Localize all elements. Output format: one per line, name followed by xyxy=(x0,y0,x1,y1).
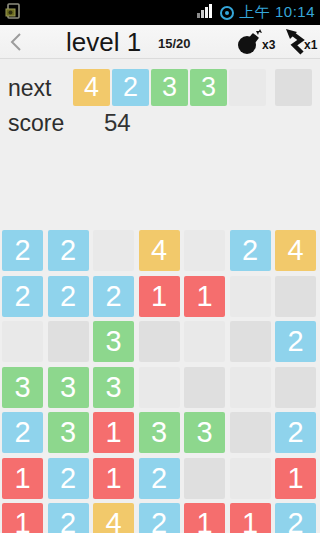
undo-arrow-icon xyxy=(283,29,306,55)
screenshot-icon xyxy=(5,3,22,23)
board-cell[interactable]: 2 xyxy=(275,412,316,453)
board-cell[interactable]: 2 xyxy=(48,276,89,317)
title-bar: level 1 15/20 x3 x1 xyxy=(0,25,320,59)
board-cell[interactable]: 2 xyxy=(275,321,316,362)
board-cell[interactable]: 4 xyxy=(139,230,180,271)
board-cell[interactable] xyxy=(230,367,271,408)
next-hidden-slot xyxy=(275,69,312,106)
board-cell-blocked[interactable] xyxy=(275,367,316,408)
board-cell-blocked[interactable] xyxy=(184,458,225,499)
board-cell[interactable]: 1 xyxy=(2,503,43,533)
board-cell[interactable]: 2 xyxy=(48,503,89,533)
board-cell[interactable]: 1 xyxy=(230,503,271,533)
board-cell[interactable]: 1 xyxy=(139,276,180,317)
next-tile: 3 xyxy=(190,69,227,106)
game-board: 224242221132333231332121211242112 xyxy=(2,230,316,533)
level-progress: 15/20 xyxy=(158,36,191,51)
board-cell[interactable]: 2 xyxy=(139,458,180,499)
next-queue: 4233 xyxy=(73,69,312,106)
board-cell[interactable]: 3 xyxy=(93,321,134,362)
next-tile: 2 xyxy=(112,69,149,106)
signal-strength-icon xyxy=(197,4,215,22)
board-cell-blocked[interactable] xyxy=(230,321,271,362)
board-cell[interactable]: 3 xyxy=(139,412,180,453)
board-cell[interactable] xyxy=(230,276,271,317)
board-cell[interactable]: 2 xyxy=(2,230,43,271)
next-tile: 3 xyxy=(151,69,188,106)
board-cell[interactable] xyxy=(139,367,180,408)
board-cell-blocked[interactable] xyxy=(139,321,180,362)
status-bar: 上午 10:14 xyxy=(0,0,320,25)
board-cell[interactable]: 2 xyxy=(139,503,180,533)
bomb-icon xyxy=(236,28,264,56)
bomb-button[interactable] xyxy=(236,28,264,56)
game-screen: 上午 10:14 level 1 15/20 x3 x1 next xyxy=(0,0,320,533)
undo-button[interactable] xyxy=(283,29,306,55)
board-cell[interactable] xyxy=(184,321,225,362)
board-cell[interactable]: 2 xyxy=(2,412,43,453)
board-cell[interactable]: 1 xyxy=(184,503,225,533)
board-cell[interactable]: 2 xyxy=(48,230,89,271)
page-title: level 1 xyxy=(66,25,141,59)
board-cell[interactable] xyxy=(230,458,271,499)
board-cell[interactable]: 3 xyxy=(93,367,134,408)
board-cell[interactable] xyxy=(184,230,225,271)
next-empty-slot xyxy=(229,69,266,106)
board-cell-blocked[interactable] xyxy=(48,321,89,362)
score-label: score xyxy=(8,110,64,137)
board-cell[interactable]: 1 xyxy=(93,458,134,499)
board-cell[interactable]: 1 xyxy=(93,412,134,453)
board-cell[interactable]: 2 xyxy=(48,458,89,499)
board-cell[interactable]: 1 xyxy=(2,458,43,499)
board-cell[interactable]: 4 xyxy=(275,230,316,271)
board-cell-blocked[interactable] xyxy=(230,412,271,453)
board-cell[interactable] xyxy=(2,321,43,362)
score-value: 54 xyxy=(104,109,131,137)
board-cell-blocked[interactable] xyxy=(275,276,316,317)
board-cell[interactable]: 4 xyxy=(93,503,134,533)
board-cell[interactable]: 3 xyxy=(48,367,89,408)
board-cell[interactable]: 1 xyxy=(275,458,316,499)
board-cell-blocked[interactable] xyxy=(184,367,225,408)
board-cell[interactable] xyxy=(93,230,134,271)
undo-count: x1 xyxy=(304,38,317,52)
board-cell[interactable]: 2 xyxy=(2,276,43,317)
board-cell[interactable]: 1 xyxy=(184,276,225,317)
back-button[interactable] xyxy=(6,29,28,55)
status-time: 上午 10:14 xyxy=(239,3,315,22)
board-cell[interactable]: 3 xyxy=(2,367,43,408)
board-cell[interactable]: 2 xyxy=(230,230,271,271)
board-cell[interactable]: 3 xyxy=(184,412,225,453)
chevron-left-icon xyxy=(6,29,28,55)
board-cell[interactable]: 2 xyxy=(93,276,134,317)
board-cell[interactable]: 2 xyxy=(275,503,316,533)
next-tile: 4 xyxy=(73,69,110,106)
battery-circle-icon xyxy=(220,6,234,20)
next-label: next xyxy=(8,68,51,106)
bomb-count: x3 xyxy=(262,38,275,52)
board-cell[interactable]: 3 xyxy=(48,412,89,453)
